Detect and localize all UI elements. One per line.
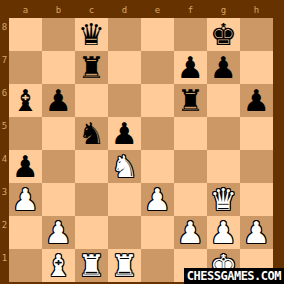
white-knight-d4[interactable]: ♞ bbox=[111, 150, 138, 183]
square-a4[interactable]: ♟ bbox=[9, 150, 42, 183]
white-pawn-e3[interactable]: ♟ bbox=[144, 183, 171, 216]
square-d5[interactable]: ♟ bbox=[108, 117, 141, 150]
square-d6[interactable] bbox=[108, 84, 141, 117]
white-rook-d1[interactable]: ♜ bbox=[111, 249, 138, 282]
square-a3[interactable]: ♟ bbox=[9, 183, 42, 216]
black-knight-c5[interactable]: ♞ bbox=[78, 117, 105, 150]
square-c7[interactable]: ♜ bbox=[75, 51, 108, 84]
square-e5[interactable] bbox=[141, 117, 174, 150]
square-b2[interactable]: ♟ bbox=[42, 216, 75, 249]
black-pawn-h6[interactable]: ♟ bbox=[243, 84, 270, 117]
square-g8[interactable]: ♚ bbox=[207, 18, 240, 51]
square-c2[interactable] bbox=[75, 216, 108, 249]
square-h7[interactable] bbox=[240, 51, 273, 84]
black-bishop-a6[interactable]: ♝ bbox=[12, 84, 39, 117]
square-c8[interactable]: ♛ bbox=[75, 18, 108, 51]
square-f3[interactable] bbox=[174, 183, 207, 216]
black-pawn-a4[interactable]: ♟ bbox=[12, 150, 39, 183]
square-d4[interactable]: ♞ bbox=[108, 150, 141, 183]
square-a7[interactable] bbox=[9, 51, 42, 84]
white-pawn-b2[interactable]: ♟ bbox=[45, 216, 72, 249]
square-e4[interactable] bbox=[141, 150, 174, 183]
file-label-a: a bbox=[9, 4, 42, 16]
square-f6[interactable]: ♜ bbox=[174, 84, 207, 117]
square-e3[interactable]: ♟ bbox=[141, 183, 174, 216]
black-pawn-b6[interactable]: ♟ bbox=[45, 84, 72, 117]
rank-label-1: 1 bbox=[0, 252, 9, 264]
square-h3[interactable] bbox=[240, 183, 273, 216]
square-a6[interactable]: ♝ bbox=[9, 84, 42, 117]
square-f8[interactable] bbox=[174, 18, 207, 51]
square-c4[interactable] bbox=[75, 150, 108, 183]
square-h8[interactable] bbox=[240, 18, 273, 51]
white-bishop-b1[interactable]: ♝ bbox=[45, 249, 72, 282]
rank-label-7: 7 bbox=[0, 54, 9, 66]
square-g6[interactable] bbox=[207, 84, 240, 117]
square-b7[interactable] bbox=[42, 51, 75, 84]
file-label-b: b bbox=[42, 4, 75, 16]
square-b5[interactable] bbox=[42, 117, 75, 150]
black-king-g8[interactable]: ♚ bbox=[210, 18, 237, 51]
chess-diagram: abcdefgh 87654321 ♛♚♜♟♟♝♟♜♟♞♟♟♞♟♟♛♟♟♟♟♝♜… bbox=[0, 0, 284, 284]
file-label-c: c bbox=[75, 4, 108, 16]
square-h5[interactable] bbox=[240, 117, 273, 150]
square-a2[interactable] bbox=[9, 216, 42, 249]
square-g5[interactable] bbox=[207, 117, 240, 150]
file-label-h: h bbox=[240, 4, 273, 16]
square-a1[interactable] bbox=[9, 249, 42, 282]
square-d7[interactable] bbox=[108, 51, 141, 84]
square-f4[interactable] bbox=[174, 150, 207, 183]
square-b4[interactable] bbox=[42, 150, 75, 183]
square-f5[interactable] bbox=[174, 117, 207, 150]
square-a5[interactable] bbox=[9, 117, 42, 150]
rank-label-2: 2 bbox=[0, 219, 9, 231]
black-queen-c8[interactable]: ♛ bbox=[78, 18, 105, 51]
square-c5[interactable]: ♞ bbox=[75, 117, 108, 150]
square-g7[interactable]: ♟ bbox=[207, 51, 240, 84]
square-h2[interactable]: ♟ bbox=[240, 216, 273, 249]
square-b6[interactable]: ♟ bbox=[42, 84, 75, 117]
black-rook-f6[interactable]: ♜ bbox=[177, 84, 204, 117]
square-b8[interactable] bbox=[42, 18, 75, 51]
square-h6[interactable]: ♟ bbox=[240, 84, 273, 117]
rank-label-3: 3 bbox=[0, 186, 9, 198]
rank-label-6: 6 bbox=[0, 87, 9, 99]
square-d8[interactable] bbox=[108, 18, 141, 51]
square-f7[interactable]: ♟ bbox=[174, 51, 207, 84]
square-c3[interactable] bbox=[75, 183, 108, 216]
black-pawn-g7[interactable]: ♟ bbox=[210, 51, 237, 84]
square-a8[interactable] bbox=[9, 18, 42, 51]
square-e6[interactable] bbox=[141, 84, 174, 117]
square-h4[interactable] bbox=[240, 150, 273, 183]
square-b3[interactable] bbox=[42, 183, 75, 216]
square-e7[interactable] bbox=[141, 51, 174, 84]
white-pawn-g2[interactable]: ♟ bbox=[210, 216, 237, 249]
white-pawn-a3[interactable]: ♟ bbox=[12, 183, 39, 216]
square-b1[interactable]: ♝ bbox=[42, 249, 75, 282]
rank-label-4: 4 bbox=[0, 153, 9, 165]
square-d3[interactable] bbox=[108, 183, 141, 216]
square-f2[interactable]: ♟ bbox=[174, 216, 207, 249]
white-rook-c1[interactable]: ♜ bbox=[78, 249, 105, 282]
black-pawn-d5[interactable]: ♟ bbox=[111, 117, 138, 150]
square-c1[interactable]: ♜ bbox=[75, 249, 108, 282]
chessgames-watermark: CHESSGAMES.COM bbox=[184, 268, 284, 284]
file-label-f: f bbox=[174, 4, 207, 16]
square-e2[interactable] bbox=[141, 216, 174, 249]
square-g4[interactable] bbox=[207, 150, 240, 183]
square-e1[interactable] bbox=[141, 249, 174, 282]
white-pawn-h2[interactable]: ♟ bbox=[243, 216, 270, 249]
file-label-e: e bbox=[141, 4, 174, 16]
file-label-d: d bbox=[108, 4, 141, 16]
white-pawn-f2[interactable]: ♟ bbox=[177, 216, 204, 249]
square-d2[interactable] bbox=[108, 216, 141, 249]
rank-label-5: 5 bbox=[0, 120, 9, 132]
square-g2[interactable]: ♟ bbox=[207, 216, 240, 249]
square-g3[interactable]: ♛ bbox=[207, 183, 240, 216]
square-e8[interactable] bbox=[141, 18, 174, 51]
black-rook-c7[interactable]: ♜ bbox=[78, 51, 105, 84]
file-label-g: g bbox=[207, 4, 240, 16]
rank-label-8: 8 bbox=[0, 21, 9, 33]
chess-board: ♛♚♜♟♟♝♟♜♟♞♟♟♞♟♟♛♟♟♟♟♝♜♜♚ bbox=[9, 18, 273, 282]
black-pawn-f7[interactable]: ♟ bbox=[177, 51, 204, 84]
white-queen-g3[interactable]: ♛ bbox=[210, 183, 237, 216]
square-c6[interactable] bbox=[75, 84, 108, 117]
square-d1[interactable]: ♜ bbox=[108, 249, 141, 282]
